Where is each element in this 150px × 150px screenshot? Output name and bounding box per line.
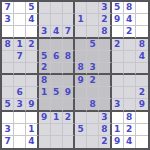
cell-r9c8[interactable]: 8 bbox=[87, 99, 99, 111]
cell-r8c12[interactable]: 2 bbox=[136, 87, 148, 99]
cell-r3c1[interactable] bbox=[2, 26, 14, 38]
cell-r6c7[interactable]: 8 bbox=[75, 63, 87, 75]
cell-r10c11[interactable]: 8 bbox=[124, 112, 136, 124]
cell-r1c2[interactable] bbox=[14, 2, 26, 14]
cell-r2c11[interactable]: 4 bbox=[124, 14, 136, 26]
cell-r2c8[interactable] bbox=[87, 14, 99, 26]
cell-r10c6[interactable]: 2 bbox=[63, 112, 75, 124]
cell-r3c8[interactable] bbox=[87, 26, 99, 38]
cell-r2c1[interactable]: 3 bbox=[2, 14, 14, 26]
cell-r9c11[interactable] bbox=[124, 99, 136, 111]
cell-r7c2[interactable] bbox=[14, 75, 26, 87]
cell-r12c6[interactable] bbox=[63, 136, 75, 148]
cell-r6c3[interactable] bbox=[26, 63, 38, 75]
cell-r4c10[interactable]: 2 bbox=[112, 39, 124, 51]
cell-r4c3[interactable]: 2 bbox=[26, 39, 38, 51]
cell-r3c7[interactable] bbox=[75, 26, 87, 38]
cell-r10c7[interactable] bbox=[75, 112, 87, 124]
cell-r1c3[interactable]: 5 bbox=[26, 2, 38, 14]
cell-r7c8[interactable]: 2 bbox=[87, 75, 99, 87]
cell-r9c2[interactable]: 3 bbox=[14, 99, 26, 111]
cell-r8c3[interactable] bbox=[26, 87, 38, 99]
cell-r10c12[interactable] bbox=[136, 112, 148, 124]
cell-r12c9[interactable]: 2 bbox=[99, 136, 111, 148]
cell-r8c2[interactable]: 6 bbox=[14, 87, 26, 99]
cell-r11c5[interactable] bbox=[51, 124, 63, 136]
cell-r5c9[interactable] bbox=[99, 51, 111, 63]
cell-r3c9[interactable]: 8 bbox=[99, 26, 111, 38]
cell-r5c11[interactable] bbox=[124, 51, 136, 63]
cell-r10c9[interactable]: 3 bbox=[99, 112, 111, 124]
cell-r8c7[interactable] bbox=[75, 87, 87, 99]
cell-r11c12[interactable] bbox=[136, 124, 148, 136]
cell-r2c9[interactable]: 2 bbox=[99, 14, 111, 26]
cell-r2c7[interactable]: 1 bbox=[75, 14, 87, 26]
cell-r1c1[interactable]: 7 bbox=[2, 2, 14, 14]
cell-r4c7[interactable] bbox=[75, 39, 87, 51]
cell-r5c5[interactable]: 6 bbox=[51, 51, 63, 63]
cell-r2c3[interactable]: 4 bbox=[26, 14, 38, 26]
cell-r7c11[interactable] bbox=[124, 75, 136, 87]
cell-r7c1[interactable] bbox=[2, 75, 14, 87]
cell-r5c3[interactable] bbox=[26, 51, 38, 63]
cell-r5c4[interactable]: 5 bbox=[39, 51, 51, 63]
cell-r11c3[interactable]: 1 bbox=[26, 124, 38, 136]
cell-r11c8[interactable] bbox=[87, 124, 99, 136]
cell-r4c6[interactable] bbox=[63, 39, 75, 51]
cell-r5c6[interactable]: 8 bbox=[63, 51, 75, 63]
cell-r6c2[interactable] bbox=[14, 63, 26, 75]
cell-r1c12[interactable] bbox=[136, 2, 148, 14]
cell-r1c6[interactable] bbox=[63, 2, 75, 14]
cell-r9c7[interactable] bbox=[75, 99, 87, 111]
cell-r6c5[interactable] bbox=[51, 63, 63, 75]
cell-r9c12[interactable]: 9 bbox=[136, 99, 148, 111]
cell-r3c12[interactable] bbox=[136, 26, 148, 38]
cell-r12c4[interactable] bbox=[39, 136, 51, 148]
cell-r6c4[interactable]: 2 bbox=[39, 63, 51, 75]
cell-r10c10[interactable] bbox=[112, 112, 124, 124]
cell-r1c8[interactable] bbox=[87, 2, 99, 14]
cell-r8c10[interactable] bbox=[112, 87, 124, 99]
cell-r2c4[interactable] bbox=[39, 14, 51, 26]
cell-r3c2[interactable] bbox=[14, 26, 26, 38]
cell-r2c5[interactable] bbox=[51, 14, 63, 26]
cell-r4c12[interactable]: 8 bbox=[136, 39, 148, 51]
cell-r9c1[interactable]: 5 bbox=[2, 99, 14, 111]
cell-r3c5[interactable]: 4 bbox=[51, 26, 63, 38]
cell-r4c11[interactable] bbox=[124, 39, 136, 51]
cell-r3c6[interactable]: 7 bbox=[63, 26, 75, 38]
cell-r9c3[interactable]: 9 bbox=[26, 99, 38, 111]
cell-r12c2[interactable] bbox=[14, 136, 26, 148]
cell-r1c9[interactable]: 3 bbox=[99, 2, 111, 14]
cell-r2c6[interactable] bbox=[63, 14, 75, 26]
cell-r12c8[interactable] bbox=[87, 136, 99, 148]
cell-r9c9[interactable] bbox=[99, 99, 111, 111]
cell-r11c6[interactable] bbox=[63, 124, 75, 136]
cell-r5c1[interactable] bbox=[2, 51, 14, 63]
cell-r4c5[interactable] bbox=[51, 39, 63, 51]
cell-r10c2[interactable] bbox=[14, 112, 26, 124]
cell-r8c4[interactable]: 1 bbox=[39, 87, 51, 99]
cell-r6c8[interactable]: 3 bbox=[87, 63, 99, 75]
cell-r10c5[interactable]: 1 bbox=[51, 112, 63, 124]
cell-r5c2[interactable]: 7 bbox=[14, 51, 26, 63]
cell-r5c7[interactable] bbox=[75, 51, 87, 63]
cell-r12c10[interactable]: 9 bbox=[112, 136, 124, 148]
cell-r7c9[interactable] bbox=[99, 75, 111, 87]
cell-r12c3[interactable]: 4 bbox=[26, 136, 38, 148]
cell-r7c4[interactable]: 8 bbox=[39, 75, 51, 87]
cell-r12c12[interactable] bbox=[136, 136, 148, 148]
cell-r11c7[interactable]: 5 bbox=[75, 124, 87, 136]
cell-r6c1[interactable] bbox=[2, 63, 14, 75]
cell-r12c1[interactable]: 7 bbox=[2, 136, 14, 148]
cell-r9c6[interactable] bbox=[63, 99, 75, 111]
cell-r7c7[interactable]: 9 bbox=[75, 75, 87, 87]
cell-r8c6[interactable]: 9 bbox=[63, 87, 75, 99]
cell-r1c4[interactable] bbox=[39, 2, 51, 14]
cell-r3c3[interactable] bbox=[26, 26, 38, 38]
cell-r8c8[interactable] bbox=[87, 87, 99, 99]
cell-r7c5[interactable] bbox=[51, 75, 63, 87]
cell-r6c12[interactable] bbox=[136, 63, 148, 75]
cell-r2c12[interactable] bbox=[136, 14, 148, 26]
cell-r9c10[interactable]: 3 bbox=[112, 99, 124, 111]
cell-r6c11[interactable] bbox=[124, 63, 136, 75]
cell-r3c4[interactable]: 3 bbox=[39, 26, 51, 38]
cell-r11c2[interactable] bbox=[14, 124, 26, 136]
cell-r8c9[interactable] bbox=[99, 87, 111, 99]
cell-r8c1[interactable] bbox=[2, 87, 14, 99]
cell-r5c12[interactable]: 4 bbox=[136, 51, 148, 63]
cell-r1c7[interactable] bbox=[75, 2, 87, 14]
cell-r6c6[interactable] bbox=[63, 63, 75, 75]
cell-r4c1[interactable]: 8 bbox=[2, 39, 14, 51]
cell-r6c10[interactable] bbox=[112, 63, 124, 75]
cell-r2c10[interactable]: 9 bbox=[112, 14, 124, 26]
cell-r5c8[interactable] bbox=[87, 51, 99, 63]
cell-r4c4[interactable] bbox=[39, 39, 51, 51]
cell-r7c3[interactable] bbox=[26, 75, 38, 87]
cell-r7c12[interactable] bbox=[136, 75, 148, 87]
cell-r11c11[interactable]: 2 bbox=[124, 124, 136, 136]
cell-r10c1[interactable] bbox=[2, 112, 14, 124]
cell-r12c5[interactable] bbox=[51, 136, 63, 148]
cell-r10c8[interactable] bbox=[87, 112, 99, 124]
cell-r9c5[interactable] bbox=[51, 99, 63, 111]
cell-r7c6[interactable] bbox=[63, 75, 75, 87]
cell-r6c9[interactable] bbox=[99, 63, 111, 75]
cell-r12c11[interactable]: 4 bbox=[124, 136, 136, 148]
cell-r4c2[interactable]: 1 bbox=[14, 39, 26, 51]
cell-r8c11[interactable] bbox=[124, 87, 136, 99]
cell-r4c9[interactable] bbox=[99, 39, 111, 51]
cell-r3c11[interactable]: 2 bbox=[124, 26, 136, 38]
cell-r11c9[interactable]: 8 bbox=[99, 124, 111, 136]
cell-r1c11[interactable]: 8 bbox=[124, 2, 136, 14]
cell-r1c5[interactable] bbox=[51, 2, 63, 14]
cell-r9c4[interactable] bbox=[39, 99, 51, 111]
cell-r1c10[interactable]: 5 bbox=[112, 2, 124, 14]
cell-r11c10[interactable]: 1 bbox=[112, 124, 124, 136]
cell-r8c5[interactable]: 5 bbox=[51, 87, 63, 99]
cell-r7c10[interactable] bbox=[112, 75, 124, 87]
cell-r10c3[interactable] bbox=[26, 112, 38, 124]
cell-r4c8[interactable]: 5 bbox=[87, 39, 99, 51]
cell-r10c4[interactable]: 9 bbox=[39, 112, 51, 124]
cell-r5c10[interactable] bbox=[112, 51, 124, 63]
cell-r11c1[interactable]: 3 bbox=[2, 124, 14, 136]
cell-r3c10[interactable] bbox=[112, 26, 124, 38]
cell-r11c4[interactable] bbox=[39, 124, 51, 136]
cell-r12c7[interactable] bbox=[75, 136, 87, 148]
cell-r2c2[interactable] bbox=[14, 14, 26, 26]
sudoku-board: 7535834129434782812528756842838926159253… bbox=[0, 0, 150, 150]
